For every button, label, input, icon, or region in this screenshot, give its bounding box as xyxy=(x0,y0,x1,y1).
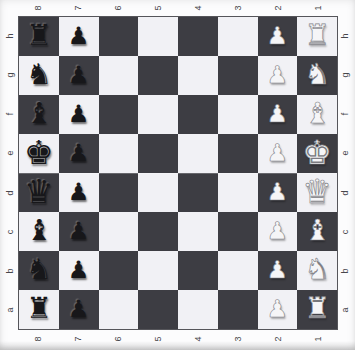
rank-label-top-6: 6 xyxy=(98,1,138,15)
white-pawn-g2[interactable]: ♟ xyxy=(267,63,289,87)
black-pawn-d7[interactable]: ♟ xyxy=(68,180,90,204)
square-e1[interactable]: ♚ xyxy=(297,134,337,173)
file-label-right-b: b xyxy=(338,252,352,291)
file-label-text: b xyxy=(340,269,350,274)
rank-label-text: 6 xyxy=(113,336,123,341)
file-label-left-g: g xyxy=(3,55,17,94)
square-d8[interactable]: ♛ xyxy=(19,173,59,212)
white-bishop-f1[interactable]: ♝ xyxy=(304,99,330,128)
rank-label-text: 4 xyxy=(193,336,203,341)
square-f7[interactable]: ♟ xyxy=(59,95,99,134)
square-a6[interactable] xyxy=(99,290,139,329)
square-g6[interactable] xyxy=(99,56,139,95)
square-c3[interactable] xyxy=(218,212,258,251)
file-label-text: d xyxy=(340,190,350,195)
file-label-left-c: c xyxy=(3,212,17,251)
square-d5[interactable] xyxy=(138,173,178,212)
black-knight-g8[interactable]: ♞ xyxy=(26,60,52,89)
square-c7[interactable]: ♟ xyxy=(59,212,99,251)
rank-label-top-5: 5 xyxy=(138,1,178,15)
rank-labels-top: 87654321 xyxy=(18,1,338,15)
file-label-text: h xyxy=(5,33,15,38)
black-pawn-c7[interactable]: ♟ xyxy=(68,219,90,243)
file-label-text: a xyxy=(340,308,350,313)
square-d7[interactable]: ♟ xyxy=(59,173,99,212)
rank-label-text: 3 xyxy=(233,5,243,10)
rank-label-top-4: 4 xyxy=(178,1,218,15)
square-f4[interactable] xyxy=(178,95,218,134)
file-label-text: d xyxy=(5,190,15,195)
square-c6[interactable] xyxy=(99,212,139,251)
rank-label-text: 3 xyxy=(233,336,243,341)
file-label-right-c: c xyxy=(338,212,352,251)
square-a4[interactable] xyxy=(178,290,218,329)
file-label-right-g: g xyxy=(338,55,352,94)
white-king-e1[interactable]: ♚ xyxy=(302,136,332,169)
square-h7[interactable]: ♟ xyxy=(59,17,99,56)
square-e5[interactable] xyxy=(138,134,178,173)
square-g2[interactable]: ♟ xyxy=(258,56,298,95)
square-f3[interactable] xyxy=(218,95,258,134)
square-a1[interactable]: ♜ xyxy=(297,290,337,329)
file-label-right-e: e xyxy=(338,134,352,173)
rank-label-text: 5 xyxy=(153,336,163,341)
white-knight-g1[interactable]: ♞ xyxy=(304,60,330,89)
black-bishop-c8[interactable]: ♝ xyxy=(26,216,52,245)
square-f2[interactable]: ♟ xyxy=(258,95,298,134)
rank-label-top-7: 7 xyxy=(58,1,98,15)
white-rook-h1[interactable]: ♜ xyxy=(304,21,330,50)
square-e4[interactable] xyxy=(178,134,218,173)
file-label-text: e xyxy=(340,151,350,156)
file-label-right-f: f xyxy=(338,95,352,134)
rank-label-text: 8 xyxy=(33,5,43,10)
white-pawn-c2[interactable]: ♟ xyxy=(267,219,289,243)
white-knight-b1[interactable]: ♞ xyxy=(304,255,330,284)
square-h4[interactable] xyxy=(178,17,218,56)
file-label-text: b xyxy=(5,269,15,274)
black-pawn-h7[interactable]: ♟ xyxy=(68,24,90,48)
square-e6[interactable] xyxy=(99,134,139,173)
rank-labels-bottom: 87654321 xyxy=(18,331,338,346)
square-b8[interactable]: ♞ xyxy=(19,251,59,290)
rank-label-bottom-6: 6 xyxy=(98,331,138,346)
square-c8[interactable]: ♝ xyxy=(19,212,59,251)
file-label-text: e xyxy=(5,151,15,156)
square-c4[interactable] xyxy=(178,212,218,251)
rank-label-text: 5 xyxy=(153,5,163,10)
file-label-text: g xyxy=(340,72,350,77)
file-label-right-h: h xyxy=(338,16,352,55)
rank-label-text: 1 xyxy=(313,336,323,341)
square-f8[interactable]: ♝ xyxy=(19,95,59,134)
rank-label-text: 2 xyxy=(273,5,283,10)
square-d6[interactable] xyxy=(99,173,139,212)
file-labels-left: hgfedcba xyxy=(3,16,17,330)
square-h6[interactable] xyxy=(99,17,139,56)
file-label-text: h xyxy=(340,33,350,38)
square-g5[interactable] xyxy=(138,56,178,95)
white-pawn-f2[interactable]: ♟ xyxy=(267,102,289,126)
black-rook-h8[interactable]: ♜ xyxy=(26,21,52,50)
rank-label-top-8: 8 xyxy=(18,1,58,15)
rank-label-bottom-4: 4 xyxy=(178,331,218,346)
square-b5[interactable] xyxy=(138,251,178,290)
square-d4[interactable] xyxy=(178,173,218,212)
square-a2[interactable]: ♟ xyxy=(258,290,298,329)
square-d1[interactable]: ♛ xyxy=(297,173,337,212)
square-b7[interactable]: ♟ xyxy=(59,251,99,290)
rank-label-text: 7 xyxy=(73,5,83,10)
chessboard-photo: 87654321 87654321 hgfedcba hgfedcba ♜♟♟♜… xyxy=(0,0,355,350)
black-pawn-b7[interactable]: ♟ xyxy=(68,258,90,282)
square-b1[interactable]: ♞ xyxy=(297,251,337,290)
white-pawn-d2[interactable]: ♟ xyxy=(267,180,289,204)
black-pawn-e7[interactable]: ♟ xyxy=(68,141,90,165)
square-g7[interactable]: ♟ xyxy=(59,56,99,95)
file-label-text: f xyxy=(340,113,350,116)
square-h2[interactable]: ♟ xyxy=(258,17,298,56)
square-b4[interactable] xyxy=(178,251,218,290)
rank-label-bottom-8: 8 xyxy=(18,331,58,346)
square-h1[interactable]: ♜ xyxy=(297,17,337,56)
white-rook-a1[interactable]: ♜ xyxy=(304,294,330,323)
file-label-left-d: d xyxy=(3,173,17,212)
rank-label-top-3: 3 xyxy=(218,1,258,15)
square-e7[interactable]: ♟ xyxy=(59,134,99,173)
file-label-text: a xyxy=(5,308,15,313)
rank-label-text: 6 xyxy=(113,5,123,10)
square-g8[interactable]: ♞ xyxy=(19,56,59,95)
square-g1[interactable]: ♞ xyxy=(297,56,337,95)
square-h5[interactable] xyxy=(138,17,178,56)
file-label-left-a: a xyxy=(3,291,17,330)
square-g4[interactable] xyxy=(178,56,218,95)
square-f1[interactable]: ♝ xyxy=(297,95,337,134)
white-pawn-b2[interactable]: ♟ xyxy=(267,258,289,282)
rank-label-bottom-3: 3 xyxy=(218,331,258,346)
square-c5[interactable] xyxy=(138,212,178,251)
black-pawn-a7[interactable]: ♟ xyxy=(68,297,90,321)
rank-label-top-1: 1 xyxy=(298,1,338,15)
file-label-text: g xyxy=(5,72,15,77)
rank-label-text: 7 xyxy=(73,336,83,341)
rank-label-bottom-1: 1 xyxy=(298,331,338,346)
black-queen-d8[interactable]: ♛ xyxy=(24,175,54,208)
rank-label-bottom-7: 7 xyxy=(58,331,98,346)
black-king-e8[interactable]: ♚ xyxy=(24,136,54,169)
black-bishop-f8[interactable]: ♝ xyxy=(26,99,52,128)
black-knight-b8[interactable]: ♞ xyxy=(26,255,52,284)
file-label-left-e: e xyxy=(3,134,17,173)
white-queen-d1[interactable]: ♛ xyxy=(302,175,332,208)
square-h8[interactable]: ♜ xyxy=(19,17,59,56)
square-f6[interactable] xyxy=(99,95,139,134)
square-e2[interactable]: ♟ xyxy=(258,134,298,173)
square-e8[interactable]: ♚ xyxy=(19,134,59,173)
rank-label-bottom-2: 2 xyxy=(258,331,298,346)
square-c2[interactable]: ♟ xyxy=(258,212,298,251)
white-bishop-c1[interactable]: ♝ xyxy=(304,216,330,245)
square-d3[interactable] xyxy=(218,173,258,212)
file-label-right-d: d xyxy=(338,173,352,212)
rank-label-text: 1 xyxy=(313,5,323,10)
square-d2[interactable]: ♟ xyxy=(258,173,298,212)
file-label-text: c xyxy=(340,230,350,235)
black-pawn-g7[interactable]: ♟ xyxy=(68,63,90,87)
black-pawn-f7[interactable]: ♟ xyxy=(68,102,90,126)
file-label-text: f xyxy=(5,113,15,116)
rank-label-text: 8 xyxy=(33,336,43,341)
square-g3[interactable] xyxy=(218,56,258,95)
square-a8[interactable]: ♜ xyxy=(19,290,59,329)
rank-label-top-2: 2 xyxy=(258,1,298,15)
file-label-text: c xyxy=(5,230,15,235)
square-f5[interactable] xyxy=(138,95,178,134)
file-label-left-f: f xyxy=(3,95,17,134)
white-pawn-e2[interactable]: ♟ xyxy=(267,141,289,165)
file-label-left-b: b xyxy=(3,252,17,291)
square-e3[interactable] xyxy=(218,134,258,173)
white-pawn-h2[interactable]: ♟ xyxy=(267,24,289,48)
rank-label-text: 4 xyxy=(193,5,203,10)
white-pawn-a2[interactable]: ♟ xyxy=(267,297,289,321)
file-label-right-a: a xyxy=(338,291,352,330)
square-c1[interactable]: ♝ xyxy=(297,212,337,251)
square-a5[interactable] xyxy=(138,290,178,329)
chess-board[interactable]: ♜♟♟♜♞♟♟♞♝♟♟♝♚♟♟♚♛♟♟♛♝♟♟♝♞♟♟♞♜♟♟♜ xyxy=(18,16,338,330)
square-h3[interactable] xyxy=(218,17,258,56)
square-a3[interactable] xyxy=(218,290,258,329)
file-label-left-h: h xyxy=(3,16,17,55)
black-rook-a8[interactable]: ♜ xyxy=(26,294,52,323)
square-a7[interactable]: ♟ xyxy=(59,290,99,329)
square-b2[interactable]: ♟ xyxy=(258,251,298,290)
rank-label-text: 2 xyxy=(273,336,283,341)
file-labels-right: hgfedcba xyxy=(338,16,352,330)
square-b3[interactable] xyxy=(218,251,258,290)
rank-label-bottom-5: 5 xyxy=(138,331,178,346)
square-b6[interactable] xyxy=(99,251,139,290)
